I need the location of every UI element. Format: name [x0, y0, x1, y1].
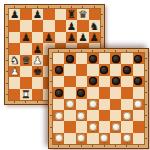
white-checker-piece[interactable] [89, 100, 97, 108]
checkers-square-r8c1[interactable] [53, 133, 64, 144]
black-checker-piece[interactable] [89, 55, 97, 63]
chess-square-a2[interactable] [9, 77, 20, 88]
chess-square-a8[interactable]: ♟ [9, 9, 20, 20]
checkers-square-r1c8[interactable] [133, 53, 144, 64]
checkers-square-r4c2[interactable] [64, 87, 75, 98]
checkers-square-r5c5[interactable] [99, 99, 110, 110]
checkers-field [53, 53, 144, 144]
checkers-square-r4c3[interactable] [76, 87, 87, 98]
checkers-coordinate-marks-right [145, 58, 147, 139]
chess-square-a7[interactable] [9, 20, 20, 31]
checkers-square-r3c3[interactable] [76, 76, 87, 87]
black-checker-piece[interactable] [123, 66, 131, 74]
checkers-square-r4c6[interactable] [110, 87, 121, 98]
black-pawn-piece[interactable]: ♟ [90, 32, 99, 43]
checkers-square-r3c4[interactable] [87, 76, 98, 87]
black-checker-piece[interactable] [55, 66, 63, 74]
black-checker-piece[interactable] [55, 89, 63, 97]
checkers-square-r7c3[interactable] [76, 121, 87, 132]
chess-square-b4[interactable]: ♛ [20, 55, 31, 66]
checkers-square-r1c4[interactable] [87, 53, 98, 64]
white-checker-piece[interactable] [123, 134, 131, 142]
white-rook-piece[interactable]: ♜ [21, 89, 30, 100]
chess-square-b8[interactable] [20, 9, 31, 20]
chess-square-d6[interactable]: ♟ [43, 32, 54, 43]
checkers-square-r6c2[interactable] [64, 110, 75, 121]
checkers-square-r1c6[interactable] [110, 53, 121, 64]
chess-square-c7[interactable] [32, 20, 43, 31]
checkers-square-r2c5[interactable] [99, 64, 110, 75]
white-checker-piece[interactable] [134, 100, 142, 108]
black-checker-piece[interactable] [112, 55, 120, 63]
checkers-square-r5c2[interactable] [64, 99, 75, 110]
checkers-square-r5c1[interactable] [53, 99, 64, 110]
checkers-square-r3c5[interactable] [99, 76, 110, 87]
checkers-square-r6c8[interactable] [133, 110, 144, 121]
black-pawn-piece[interactable]: ♟ [67, 20, 76, 31]
black-checker-piece[interactable] [89, 77, 97, 85]
white-checker-piece[interactable] [100, 134, 108, 142]
checkers-square-r7c4[interactable] [87, 121, 98, 132]
checkers-square-r1c7[interactable] [121, 53, 132, 64]
checkers-square-r4c8[interactable] [133, 87, 144, 98]
black-checker-piece[interactable] [100, 66, 108, 74]
white-checker-piece[interactable] [89, 123, 97, 131]
checkers-square-r8c7[interactable] [121, 133, 132, 144]
checkers-square-r8c2[interactable] [64, 133, 75, 144]
checkers-board [48, 48, 149, 149]
chess-square-c8[interactable]: ♟ [32, 9, 43, 20]
white-checker-piece[interactable] [123, 112, 131, 120]
black-checker-piece[interactable] [112, 77, 120, 85]
chess-square-h6[interactable]: ♟ [89, 32, 100, 43]
white-queen-piece[interactable]: ♛ [21, 54, 30, 65]
checkers-square-r3c2[interactable] [64, 76, 75, 87]
chess-square-g8[interactable]: ♛ [77, 9, 88, 20]
checkers-square-r6c4[interactable] [87, 110, 98, 121]
chess-square-e6[interactable] [55, 32, 66, 43]
white-pawn-piece[interactable]: ♟ [10, 66, 19, 77]
chess-square-d8[interactable] [43, 9, 54, 20]
checkers-square-r2c8[interactable] [133, 64, 144, 75]
checkers-square-r4c5[interactable] [99, 87, 110, 98]
checkers-square-r7c8[interactable] [133, 121, 144, 132]
white-checker-piece[interactable] [77, 134, 85, 142]
black-pawn-piece[interactable]: ♟ [44, 32, 53, 43]
chess-square-c3[interactable]: ♚ [32, 66, 43, 77]
checkers-square-r8c3[interactable] [76, 133, 87, 144]
white-checker-piece[interactable] [55, 112, 63, 120]
checkers-square-r1c2[interactable] [64, 53, 75, 64]
checkers-square-r4c7[interactable] [121, 87, 132, 98]
chess-square-g6[interactable]: ♟ [77, 32, 88, 43]
chess-square-b1[interactable]: ♜ [20, 89, 31, 100]
white-knight-piece[interactable]: ♞ [10, 54, 19, 65]
checkers-square-r2c4[interactable] [87, 64, 98, 75]
checkers-coordinate-marks-top [58, 50, 139, 52]
checkers-square-r7c1[interactable] [53, 121, 64, 132]
white-checker-piece[interactable] [55, 134, 63, 142]
black-pawn-piece[interactable]: ♟ [78, 32, 87, 43]
chess-square-b3[interactable] [20, 66, 31, 77]
chess-square-e7[interactable] [55, 20, 66, 31]
checkers-square-r2c3[interactable] [76, 64, 87, 75]
black-pawn-piece[interactable]: ♟ [33, 43, 42, 54]
black-pawn-piece[interactable]: ♟ [67, 32, 76, 43]
checkers-square-r6c7[interactable] [121, 110, 132, 121]
checkers-square-r6c5[interactable] [99, 110, 110, 121]
black-checker-piece[interactable] [134, 55, 142, 63]
chess-square-b6[interactable]: ♟ [20, 32, 31, 43]
white-checker-piece[interactable] [112, 123, 120, 131]
checkers-square-r7c6[interactable] [110, 121, 121, 132]
checkers-square-r6c6[interactable] [110, 110, 121, 121]
black-pawn-piece[interactable]: ♟ [33, 9, 42, 20]
checkers-square-r1c5[interactable] [99, 53, 110, 64]
checkers-square-r5c6[interactable] [110, 99, 121, 110]
checkers-square-r3c6[interactable] [110, 76, 121, 87]
chess-square-c2[interactable] [32, 77, 43, 88]
checkers-square-r2c2[interactable] [64, 64, 75, 75]
chess-coordinate-marks-left [6, 14, 8, 95]
checkers-square-r5c4[interactable] [87, 99, 98, 110]
checkers-square-r6c1[interactable] [53, 110, 64, 121]
checkers-square-r3c7[interactable] [121, 76, 132, 87]
chess-square-c1[interactable] [32, 89, 43, 100]
checkers-square-r7c7[interactable] [121, 121, 132, 132]
checkers-square-r8c8[interactable] [133, 133, 144, 144]
checkers-square-r1c1[interactable] [53, 53, 64, 64]
checkers-square-r6c3[interactable] [76, 110, 87, 121]
black-checker-piece[interactable] [66, 55, 74, 63]
checkers-square-r7c2[interactable] [64, 121, 75, 132]
black-pawn-piece[interactable]: ♟ [10, 9, 19, 20]
checkers-square-r5c8[interactable] [133, 99, 144, 110]
chess-square-f6[interactable]: ♟ [66, 32, 77, 43]
black-queen-piece[interactable]: ♛ [78, 9, 87, 20]
chess-square-e8[interactable] [55, 9, 66, 20]
checkers-square-r5c7[interactable] [121, 99, 132, 110]
checkers-square-r3c8[interactable] [133, 76, 144, 87]
black-checker-piece[interactable] [134, 77, 142, 85]
chess-square-a6[interactable] [9, 32, 20, 43]
chess-square-a3[interactable]: ♟ [9, 66, 20, 77]
checkers-square-r2c6[interactable] [110, 64, 121, 75]
white-pawn-piece[interactable]: ♟ [33, 54, 42, 65]
black-checker-piece[interactable] [77, 89, 85, 97]
black-rook-piece[interactable]: ♜ [67, 9, 76, 20]
white-checker-piece[interactable] [77, 112, 85, 120]
checkers-square-r2c1[interactable] [53, 64, 64, 75]
checkers-square-r7c5[interactable] [99, 121, 110, 132]
checkers-square-r3c1[interactable] [53, 76, 64, 87]
checkers-square-r2c7[interactable] [121, 64, 132, 75]
white-checker-piece[interactable] [66, 100, 74, 108]
checkers-coordinate-marks-bottom [58, 145, 139, 147]
checkers-square-r8c5[interactable] [99, 133, 110, 144]
checkers-square-r8c6[interactable] [110, 133, 121, 144]
chess-square-a1[interactable] [9, 89, 20, 100]
checkers-coordinate-marks-left [50, 58, 52, 139]
two-boards-illustration: ♟♟♜♛♟♞♟♟♟♟♟♟♞♛♟♟♚♜ [0, 0, 150, 150]
checkers-square-r1c3[interactable] [76, 53, 87, 64]
checkers-square-r5c3[interactable] [76, 99, 87, 110]
checkers-square-r4c1[interactable] [53, 87, 64, 98]
black-king-piece[interactable]: ♚ [33, 66, 42, 77]
checkers-square-r4c4[interactable] [87, 87, 98, 98]
checkers-square-r8c4[interactable] [87, 133, 98, 144]
black-knight-piece[interactable]: ♞ [90, 20, 99, 31]
black-pawn-piece[interactable]: ♟ [21, 32, 30, 43]
